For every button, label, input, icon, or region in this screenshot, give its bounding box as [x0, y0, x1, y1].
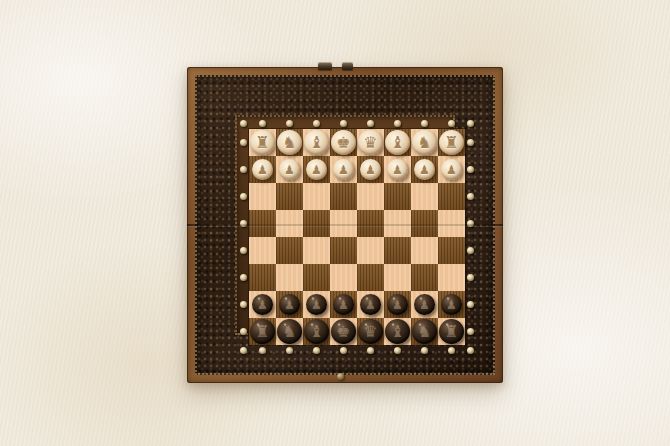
square-d8[interactable]: ♛ — [357, 318, 384, 345]
brass-stud — [467, 247, 474, 254]
piece-black-pawn[interactable]: ♟ — [279, 294, 300, 315]
chess-box: ♜♞♝♚♛♝♞♜♟♟♟♟♟♟♟♟♟♟♟♟♟♟♟♟♜♞♝♚♛♝♞♜ — [187, 67, 503, 383]
square-d5[interactable] — [357, 237, 384, 264]
piece-white-pawn[interactable]: ♟ — [414, 159, 435, 180]
brass-stud — [240, 166, 247, 173]
square-f6[interactable] — [303, 264, 330, 291]
square-d3[interactable] — [357, 183, 384, 210]
brass-stud — [313, 347, 320, 354]
brass-stud — [240, 139, 247, 146]
square-b6[interactable] — [411, 264, 438, 291]
square-h8[interactable]: ♜ — [249, 318, 276, 345]
brass-stud — [467, 166, 474, 173]
piece-white-pawn[interactable]: ♟ — [279, 159, 300, 180]
brass-stud — [394, 120, 401, 127]
square-e1[interactable]: ♚ — [330, 129, 357, 156]
square-h6[interactable] — [249, 264, 276, 291]
brass-stud — [240, 301, 247, 308]
square-a1[interactable]: ♜ — [438, 129, 465, 156]
square-a3[interactable] — [438, 183, 465, 210]
piece-white-pawn[interactable]: ♟ — [441, 159, 462, 180]
brass-stud — [367, 120, 374, 127]
square-e2[interactable]: ♟ — [330, 156, 357, 183]
square-g2[interactable]: ♟ — [276, 156, 303, 183]
square-b8[interactable]: ♞ — [411, 318, 438, 345]
latch-knob — [337, 373, 344, 380]
piece-white-pawn[interactable]: ♟ — [252, 159, 273, 180]
piece-black-queen[interactable]: ♛ — [358, 319, 383, 344]
square-f8[interactable]: ♝ — [303, 318, 330, 345]
brass-stud — [421, 120, 428, 127]
brass-stud — [467, 301, 474, 308]
piece-black-pawn[interactable]: ♟ — [441, 294, 462, 315]
square-c2[interactable]: ♟ — [384, 156, 411, 183]
piece-white-knight[interactable]: ♞ — [412, 130, 437, 155]
piece-white-pawn[interactable]: ♟ — [333, 159, 354, 180]
brass-stud — [240, 193, 247, 200]
square-g5[interactable] — [276, 237, 303, 264]
square-h3[interactable] — [249, 183, 276, 210]
square-a2[interactable]: ♟ — [438, 156, 465, 183]
square-c1[interactable]: ♝ — [384, 129, 411, 156]
piece-white-rook[interactable]: ♜ — [439, 130, 464, 155]
square-b7[interactable]: ♟ — [411, 291, 438, 318]
square-f3[interactable] — [303, 183, 330, 210]
brass-stud — [467, 193, 474, 200]
brass-stud — [421, 347, 428, 354]
square-e5[interactable] — [330, 237, 357, 264]
piece-white-pawn[interactable]: ♟ — [306, 159, 327, 180]
brass-stud — [467, 328, 474, 335]
square-a6[interactable] — [438, 264, 465, 291]
piece-black-pawn[interactable]: ♟ — [414, 294, 435, 315]
piece-black-pawn[interactable]: ♟ — [387, 294, 408, 315]
brass-stud — [240, 328, 247, 335]
square-e6[interactable] — [330, 264, 357, 291]
brass-stud — [448, 347, 455, 354]
brass-stud — [286, 120, 293, 127]
piece-white-queen[interactable]: ♛ — [358, 130, 383, 155]
hinge-left — [318, 62, 332, 70]
square-f1[interactable]: ♝ — [303, 129, 330, 156]
square-e3[interactable] — [330, 183, 357, 210]
brass-stud — [340, 120, 347, 127]
square-c8[interactable]: ♝ — [384, 318, 411, 345]
piece-black-rook[interactable]: ♜ — [439, 319, 464, 344]
piece-white-king[interactable]: ♚ — [331, 130, 356, 155]
brass-stud — [240, 120, 247, 127]
piece-black-pawn[interactable]: ♟ — [333, 294, 354, 315]
square-g7[interactable]: ♟ — [276, 291, 303, 318]
square-f7[interactable]: ♟ — [303, 291, 330, 318]
piece-white-rook[interactable]: ♜ — [250, 130, 275, 155]
piece-black-rook[interactable]: ♜ — [250, 319, 275, 344]
square-h5[interactable] — [249, 237, 276, 264]
square-f5[interactable] — [303, 237, 330, 264]
square-a7[interactable]: ♟ — [438, 291, 465, 318]
piece-white-pawn[interactable]: ♟ — [360, 159, 381, 180]
carpet-background: ♜♞♝♚♛♝♞♜♟♟♟♟♟♟♟♟♟♟♟♟♟♟♟♟♜♞♝♚♛♝♞♜ — [0, 0, 670, 446]
square-d1[interactable]: ♛ — [357, 129, 384, 156]
square-c6[interactable] — [384, 264, 411, 291]
brass-stud — [394, 347, 401, 354]
piece-black-bishop[interactable]: ♝ — [385, 319, 410, 344]
piece-black-pawn[interactable]: ♟ — [252, 294, 273, 315]
square-d6[interactable] — [357, 264, 384, 291]
square-f2[interactable]: ♟ — [303, 156, 330, 183]
square-b5[interactable] — [411, 237, 438, 264]
piece-black-knight[interactable]: ♞ — [277, 319, 302, 344]
square-g6[interactable] — [276, 264, 303, 291]
square-c7[interactable]: ♟ — [384, 291, 411, 318]
piece-black-bishop[interactable]: ♝ — [304, 319, 329, 344]
piece-white-knight[interactable]: ♞ — [277, 130, 302, 155]
brass-stud — [467, 347, 474, 354]
piece-black-knight[interactable]: ♞ — [412, 319, 437, 344]
piece-black-king[interactable]: ♚ — [331, 319, 356, 344]
brass-stud — [259, 347, 266, 354]
square-g8[interactable]: ♞ — [276, 318, 303, 345]
square-g1[interactable]: ♞ — [276, 129, 303, 156]
brass-stud — [240, 274, 247, 281]
chess-board[interactable]: ♜♞♝♚♛♝♞♜♟♟♟♟♟♟♟♟♟♟♟♟♟♟♟♟♜♞♝♚♛♝♞♜ — [249, 129, 465, 345]
square-c5[interactable] — [384, 237, 411, 264]
piece-white-pawn[interactable]: ♟ — [387, 159, 408, 180]
square-a5[interactable] — [438, 237, 465, 264]
square-d2[interactable]: ♟ — [357, 156, 384, 183]
brass-stud — [340, 347, 347, 354]
brass-stud — [467, 274, 474, 281]
square-e8[interactable]: ♚ — [330, 318, 357, 345]
square-g3[interactable] — [276, 183, 303, 210]
square-a8[interactable]: ♜ — [438, 318, 465, 345]
piece-white-bishop[interactable]: ♝ — [304, 130, 329, 155]
brass-stud — [240, 347, 247, 354]
brass-stud — [259, 120, 266, 127]
square-c3[interactable] — [384, 183, 411, 210]
brass-stud — [240, 247, 247, 254]
square-e7[interactable]: ♟ — [330, 291, 357, 318]
square-b3[interactable] — [411, 183, 438, 210]
brass-stud — [467, 139, 474, 146]
square-b1[interactable]: ♞ — [411, 129, 438, 156]
brass-stud — [367, 347, 374, 354]
piece-black-pawn[interactable]: ♟ — [360, 294, 381, 315]
square-d7[interactable]: ♟ — [357, 291, 384, 318]
square-h1[interactable]: ♜ — [249, 129, 276, 156]
brass-stud — [467, 120, 474, 127]
brass-stud — [286, 347, 293, 354]
square-b2[interactable]: ♟ — [411, 156, 438, 183]
piece-white-bishop[interactable]: ♝ — [385, 130, 410, 155]
square-h2[interactable]: ♟ — [249, 156, 276, 183]
brass-stud — [313, 120, 320, 127]
square-h7[interactable]: ♟ — [249, 291, 276, 318]
brass-stud — [448, 120, 455, 127]
fold-seam — [187, 224, 503, 226]
hinge-right — [342, 62, 353, 70]
piece-black-pawn[interactable]: ♟ — [306, 294, 327, 315]
